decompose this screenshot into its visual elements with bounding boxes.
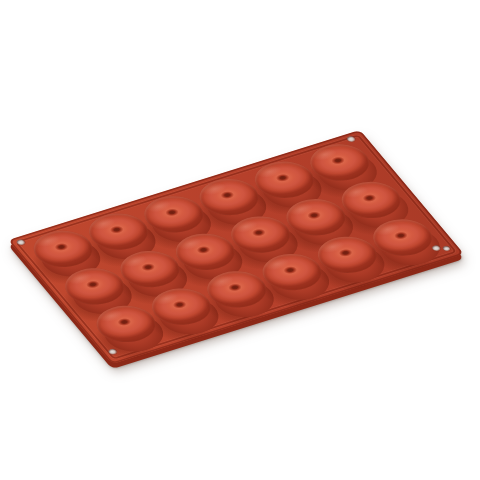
- product-photo-scene: [0, 0, 480, 480]
- cavity-grid: [23, 139, 449, 355]
